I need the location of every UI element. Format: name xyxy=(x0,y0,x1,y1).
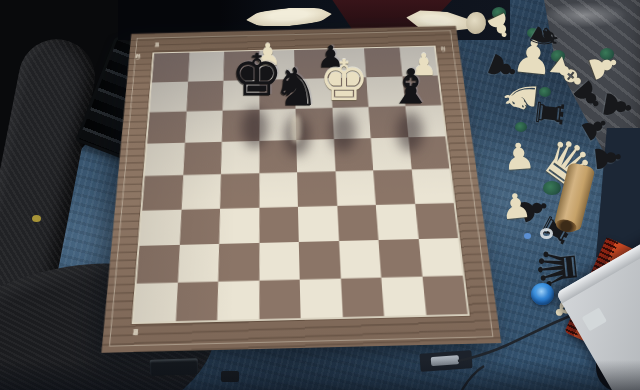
square-g8[interactable] xyxy=(150,81,188,112)
square-c8[interactable] xyxy=(140,209,182,246)
coord-label: 5 xyxy=(133,329,139,337)
square-a1[interactable] xyxy=(422,275,468,315)
coord-label: 4 xyxy=(133,329,139,337)
square-e8[interactable] xyxy=(145,143,185,177)
coords-left: hgfedcba xyxy=(112,54,147,323)
piece-shadow xyxy=(397,112,423,152)
offboard-piece: ♟ xyxy=(589,141,626,175)
square-b2[interactable] xyxy=(378,239,422,277)
square-b5[interactable] xyxy=(259,242,300,280)
square-b7[interactable] xyxy=(177,244,219,282)
coords-bottom: 87654321 xyxy=(133,321,468,329)
coord-label: b xyxy=(136,54,141,60)
square-d6[interactable] xyxy=(220,173,259,208)
square-h7[interactable] xyxy=(188,52,224,82)
square-a4[interactable] xyxy=(300,278,343,318)
square-d4[interactable] xyxy=(297,171,337,206)
square-a7[interactable] xyxy=(175,281,218,321)
blue-bottle-cap xyxy=(531,283,554,305)
square-c3[interactable] xyxy=(337,204,379,240)
coord-label: h xyxy=(136,54,141,60)
square-c7[interactable] xyxy=(179,208,220,245)
piece-white-king[interactable]: ♚ xyxy=(319,53,369,109)
coord-label: 2 xyxy=(133,329,139,337)
coord-label: h xyxy=(441,46,446,52)
square-b3[interactable] xyxy=(339,240,382,278)
square-d8[interactable] xyxy=(142,175,183,210)
square-a8[interactable] xyxy=(134,282,178,322)
coord-label: 5 xyxy=(155,43,160,49)
coord-label: 8 xyxy=(133,329,139,337)
felt-base-dot xyxy=(515,122,527,132)
coord-label: 1 xyxy=(155,43,160,49)
bottom-vignette xyxy=(0,360,640,390)
coord-label: a xyxy=(441,46,446,52)
coord-label: 3 xyxy=(133,329,139,337)
square-e7[interactable] xyxy=(183,142,222,176)
chessboard-photo-scene: 87654321 87654321 hgfedcba hgfedcba ♚♟♞♟… xyxy=(0,0,640,390)
yellow-speck xyxy=(32,215,41,222)
coord-label: 2 xyxy=(155,43,160,49)
coord-label: 7 xyxy=(155,43,160,49)
knight-reflection xyxy=(291,115,301,143)
white-washer xyxy=(540,228,553,239)
coord-label: 1 xyxy=(133,329,139,337)
coord-label: e xyxy=(136,54,141,60)
square-f7[interactable] xyxy=(185,110,223,142)
coord-label: f xyxy=(441,46,444,52)
coord-label: 6 xyxy=(155,43,160,49)
offboard-piece: ♟ xyxy=(499,187,533,224)
square-c2[interactable] xyxy=(376,204,418,240)
piece-black-knight[interactable]: ♞ xyxy=(273,61,320,113)
coord-label: c xyxy=(441,46,446,52)
square-b1[interactable] xyxy=(418,238,462,276)
square-b6[interactable] xyxy=(218,243,259,281)
piece-black-bishop[interactable]: ♝ xyxy=(389,62,432,110)
coord-label: c xyxy=(136,54,141,60)
square-d7[interactable] xyxy=(181,174,221,209)
square-c4[interactable] xyxy=(298,205,339,242)
coord-label: 7 xyxy=(133,329,139,337)
coord-label: 4 xyxy=(155,43,160,49)
coord-label: 6 xyxy=(133,329,139,337)
small-blue-bit xyxy=(524,233,531,239)
coord-label: 3 xyxy=(155,43,160,49)
coords-top: 87654321 xyxy=(155,36,433,43)
square-h8[interactable] xyxy=(152,53,189,83)
square-b8[interactable] xyxy=(137,245,180,283)
square-g7[interactable] xyxy=(186,81,223,112)
square-c5[interactable] xyxy=(259,206,299,243)
square-d1[interactable] xyxy=(411,169,453,204)
coord-label: e xyxy=(441,46,446,52)
coord-label: d xyxy=(441,46,446,52)
coord-label: 8 xyxy=(155,43,160,49)
coord-label: a xyxy=(136,54,141,60)
square-a3[interactable] xyxy=(340,277,384,317)
square-c1[interactable] xyxy=(415,203,458,239)
coord-label: d xyxy=(136,54,141,60)
coord-label: g xyxy=(136,54,141,60)
square-b4[interactable] xyxy=(299,241,341,279)
piece-shadow xyxy=(242,108,268,148)
chessboard: 87654321 87654321 hgfedcba hgfedcba xyxy=(91,0,502,353)
coord-label: g xyxy=(441,46,446,52)
laptop-sticker xyxy=(582,307,607,331)
square-d2[interactable] xyxy=(373,170,414,205)
square-f8[interactable] xyxy=(147,111,186,143)
coord-label: b xyxy=(441,46,446,52)
coords-right: hgfedcba xyxy=(441,46,490,314)
square-a2[interactable] xyxy=(381,276,426,316)
square-c6[interactable] xyxy=(219,207,259,244)
coord-label: f xyxy=(136,54,139,60)
square-d5[interactable] xyxy=(259,172,298,207)
square-d3[interactable] xyxy=(335,171,376,206)
piece-shadow xyxy=(330,112,356,152)
square-a5[interactable] xyxy=(259,279,301,319)
square-a6[interactable] xyxy=(217,280,259,320)
